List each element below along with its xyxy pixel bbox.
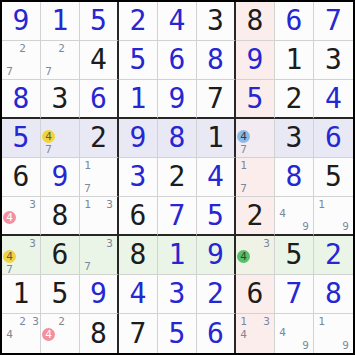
solved-digit: 6 — [325, 124, 342, 152]
given-digit: 5 — [325, 163, 342, 191]
candidate-7: 7 — [237, 143, 250, 156]
solved-digit: 6 — [286, 7, 303, 35]
given-digit: 3 — [286, 124, 303, 152]
given-digit: 5 — [52, 280, 69, 308]
given-digit: 2 — [247, 202, 264, 230]
candidate-2: 2 — [55, 315, 68, 328]
cell-r7c4[interactable]: 8 — [119, 236, 158, 275]
given-digit: 1 — [286, 46, 303, 74]
cell-r7c3[interactable]: 37 — [80, 236, 119, 275]
cell-r9c8[interactable]: 49 — [275, 314, 314, 353]
cell-r6c7[interactable]: 2 — [236, 197, 275, 236]
cell-r6c9[interactable]: 19 — [314, 197, 353, 236]
cell-r9c6[interactable]: 6 — [197, 314, 236, 353]
cell-r2c3[interactable]: 4 — [80, 41, 119, 80]
candidates: 34 — [237, 237, 273, 273]
candidates: 27 — [3, 42, 39, 78]
solved-digit: 9 — [207, 241, 224, 269]
cell-r4c1[interactable]: 5 — [2, 119, 41, 158]
cell-r2c4[interactable]: 5 — [119, 41, 158, 80]
candidate-3: 3 — [26, 198, 39, 211]
cell-r7c7[interactable]: 34 — [236, 236, 275, 275]
given-digit: 4 — [90, 46, 107, 74]
candidates: 27 — [42, 42, 78, 78]
candidate-4-red-highlight: 4 — [42, 328, 55, 341]
cell-r9c4[interactable]: 7 — [119, 314, 158, 353]
cell-r7c1[interactable]: 347 — [2, 236, 41, 275]
cell-r6c6[interactable]: 5 — [197, 197, 236, 236]
candidates: 17 — [237, 159, 273, 195]
given-digit: 1 — [207, 124, 224, 152]
solved-digit: 5 — [207, 202, 224, 230]
cell-r2c2[interactable]: 27 — [41, 41, 80, 80]
cell-r4c5[interactable]: 8 — [158, 119, 197, 158]
cell-r5c8[interactable]: 8 — [275, 158, 314, 197]
candidate-7: 7 — [81, 182, 94, 195]
cell-r8c6[interactable]: 2 — [197, 275, 236, 314]
cell-r9c9[interactable]: 19 — [314, 314, 353, 353]
candidates: 47 — [42, 120, 78, 156]
cell-r8c8[interactable]: 7 — [275, 275, 314, 314]
candidate-3: 3 — [260, 315, 273, 328]
cell-r1c5[interactable]: 4 — [158, 2, 197, 41]
cell-r1c4[interactable]: 2 — [119, 2, 158, 41]
candidate-4-blue-highlight: 4 — [237, 130, 250, 143]
cell-r9c1[interactable]: 234 — [2, 314, 41, 353]
cell-r7c6[interactable]: 9 — [197, 236, 236, 275]
candidate-1: 1 — [315, 198, 328, 211]
cell-r3c8[interactable]: 2 — [275, 80, 314, 119]
solved-digit: 6 — [90, 85, 107, 113]
cell-r1c1[interactable]: 9 — [2, 2, 41, 41]
solved-digit: 1 — [52, 7, 69, 35]
solved-digit: 9 — [13, 7, 30, 35]
cell-r3c6[interactable]: 7 — [197, 80, 236, 119]
solved-digit: 9 — [169, 85, 186, 113]
cell-r8c2[interactable]: 5 — [41, 275, 80, 314]
solved-digit: 8 — [13, 85, 30, 113]
cell-r3c1[interactable]: 8 — [2, 80, 41, 119]
cell-r5c5[interactable]: 2 — [158, 158, 197, 197]
cell-r9c2[interactable]: 24 — [41, 314, 80, 353]
candidate-7: 7 — [42, 65, 55, 78]
cell-r8c4[interactable]: 4 — [119, 275, 158, 314]
cell-r2c1[interactable]: 27 — [2, 41, 41, 80]
given-digit: 2 — [286, 85, 303, 113]
given-digit: 8 — [130, 241, 147, 269]
solved-digit: 7 — [325, 7, 342, 35]
cell-r1c8[interactable]: 6 — [275, 2, 314, 41]
given-digit: 2 — [90, 124, 107, 152]
cell-r2c8[interactable]: 1 — [275, 41, 314, 80]
cell-r7c5[interactable]: 1 — [158, 236, 197, 275]
candidates: 34 — [3, 198, 39, 233]
cell-r5c2[interactable]: 9 — [41, 158, 80, 197]
cell-r5c3[interactable]: 17 — [80, 158, 119, 197]
solved-digit: 6 — [169, 46, 186, 74]
cell-r8c1[interactable]: 1 — [2, 275, 41, 314]
cell-r2c7[interactable]: 9 — [236, 41, 275, 80]
given-digit: 3 — [325, 46, 342, 74]
cell-r1c2[interactable]: 1 — [41, 2, 80, 41]
candidate-4-green-highlight: 4 — [237, 250, 250, 263]
candidates: 347 — [3, 237, 39, 273]
candidate-3: 3 — [103, 198, 116, 211]
solved-digit: 9 — [90, 280, 107, 308]
cell-r2c5[interactable]: 6 — [158, 41, 197, 80]
candidate-9: 9 — [339, 220, 352, 233]
candidate-4-red-highlight: 4 — [3, 211, 16, 224]
cell-r4c6[interactable]: 1 — [197, 119, 236, 158]
given-digit: 6 — [52, 241, 69, 269]
given-digit: 7 — [130, 320, 147, 348]
candidate-7: 7 — [42, 143, 55, 156]
cell-r1c3[interactable]: 5 — [80, 2, 119, 41]
candidates: 49 — [276, 315, 312, 352]
solved-digit: 9 — [247, 46, 264, 74]
cell-r3c4[interactable]: 1 — [119, 80, 158, 119]
cell-r4c4[interactable]: 9 — [119, 119, 158, 158]
cell-r7c9[interactable]: 2 — [314, 236, 353, 275]
cell-r4c2[interactable]: 47 — [41, 119, 80, 158]
candidate-4-yellow-highlight: 4 — [3, 250, 16, 263]
solved-digit: 5 — [90, 7, 107, 35]
given-digit: 1 — [13, 280, 30, 308]
cell-r5c7[interactable]: 17 — [236, 158, 275, 197]
candidates: 134 — [237, 315, 273, 352]
given-digit: 5 — [286, 241, 303, 269]
cell-r9c5[interactable]: 5 — [158, 314, 197, 353]
solved-digit: 3 — [169, 280, 186, 308]
candidate-4: 4 — [3, 328, 16, 341]
candidate-9: 9 — [339, 339, 352, 352]
candidates: 47 — [237, 120, 273, 156]
solved-digit: 1 — [130, 85, 147, 113]
solved-digit: 8 — [325, 280, 342, 308]
cell-r6c1[interactable]: 34 — [2, 197, 41, 236]
cell-r7c2[interactable]: 6 — [41, 236, 80, 275]
candidate-4: 4 — [276, 326, 289, 339]
cell-r3c7[interactable]: 5 — [236, 80, 275, 119]
cell-r6c2[interactable]: 8 — [41, 197, 80, 236]
solved-digit: 6 — [207, 320, 224, 348]
solved-digit: 2 — [207, 280, 224, 308]
cell-r6c8[interactable]: 49 — [275, 197, 314, 236]
cell-r9c7[interactable]: 134 — [236, 314, 275, 353]
cell-r8c5[interactable]: 3 — [158, 275, 197, 314]
cell-r7c8[interactable]: 5 — [275, 236, 314, 275]
cell-r4c8[interactable]: 3 — [275, 119, 314, 158]
solved-digit: 9 — [130, 124, 147, 152]
cell-r6c5[interactable]: 7 — [158, 197, 197, 236]
solved-digit: 9 — [52, 163, 69, 191]
cell-r5c4[interactable]: 3 — [119, 158, 158, 197]
cell-r8c3[interactable]: 9 — [80, 275, 119, 314]
solved-digit: 4 — [169, 7, 186, 35]
candidate-1: 1 — [237, 159, 250, 172]
sudoku-board: 9152438672727456891383619752454729814736… — [0, 0, 355, 355]
cell-r1c7[interactable]: 8 — [236, 2, 275, 41]
given-digit: 8 — [90, 320, 107, 348]
solved-digit: 2 — [325, 241, 342, 269]
candidate-2: 2 — [16, 42, 29, 55]
candidates: 19 — [315, 198, 352, 233]
solved-digit: 7 — [286, 280, 303, 308]
solved-digit: 4 — [207, 163, 224, 191]
cell-r3c3[interactable]: 6 — [80, 80, 119, 119]
candidate-3: 3 — [103, 237, 116, 250]
cell-r1c6[interactable]: 3 — [197, 2, 236, 41]
solved-digit: 8 — [286, 163, 303, 191]
cell-r1c9[interactable]: 7 — [314, 2, 353, 41]
candidate-2: 2 — [16, 315, 29, 328]
given-digit: 6 — [247, 280, 264, 308]
candidate-9: 9 — [299, 220, 312, 233]
candidate-7: 7 — [237, 182, 250, 195]
given-digit: 6 — [13, 163, 30, 191]
solved-digit: 1 — [169, 241, 186, 269]
solved-digit: 4 — [325, 85, 342, 113]
candidate-4: 4 — [276, 207, 289, 220]
candidates: 234 — [3, 315, 39, 352]
candidate-7: 7 — [81, 260, 94, 273]
cell-r5c9[interactable]: 5 — [314, 158, 353, 197]
candidate-7: 7 — [3, 65, 16, 78]
cell-r4c3[interactable]: 2 — [80, 119, 119, 158]
candidate-2: 2 — [55, 42, 68, 55]
solved-digit: 5 — [130, 46, 147, 74]
given-digit: 3 — [52, 85, 69, 113]
cell-r2c6[interactable]: 8 — [197, 41, 236, 80]
candidate-4: 4 — [237, 328, 250, 341]
candidate-3: 3 — [26, 237, 39, 250]
candidates: 24 — [42, 315, 78, 352]
candidate-1: 1 — [237, 315, 250, 328]
cell-r3c5[interactable]: 9 — [158, 80, 197, 119]
given-digit: 8 — [52, 202, 69, 230]
solved-digit: 5 — [247, 85, 264, 113]
given-digit: 3 — [207, 7, 224, 35]
candidates: 17 — [81, 159, 116, 195]
candidate-4-yellow-highlight: 4 — [42, 130, 55, 143]
cell-r4c9[interactable]: 6 — [314, 119, 353, 158]
candidate-1: 1 — [81, 198, 94, 211]
cell-r3c2[interactable]: 3 — [41, 80, 80, 119]
solved-digit: 7 — [169, 202, 186, 230]
candidate-3: 3 — [260, 237, 273, 250]
candidate-9: 9 — [299, 339, 312, 352]
given-digit: 2 — [169, 163, 186, 191]
candidates: 49 — [276, 198, 312, 233]
solved-digit: 2 — [130, 7, 147, 35]
candidate-1: 1 — [315, 315, 328, 328]
solved-digit: 4 — [130, 280, 147, 308]
cell-r8c9[interactable]: 8 — [314, 275, 353, 314]
candidates: 13 — [81, 198, 116, 233]
candidates: 37 — [81, 237, 116, 273]
candidates: 19 — [315, 315, 352, 352]
given-digit: 6 — [130, 202, 147, 230]
cell-r3c9[interactable]: 4 — [314, 80, 353, 119]
cell-r4c7[interactable]: 47 — [236, 119, 275, 158]
cell-r2c9[interactable]: 3 — [314, 41, 353, 80]
cell-r6c4[interactable]: 6 — [119, 197, 158, 236]
solved-digit: 8 — [207, 46, 224, 74]
cell-r6c3[interactable]: 13 — [80, 197, 119, 236]
cell-r9c3[interactable]: 8 — [80, 314, 119, 353]
cell-r5c1[interactable]: 6 — [2, 158, 41, 197]
given-digit: 8 — [247, 7, 264, 35]
solved-digit: 8 — [169, 124, 186, 152]
given-digit: 7 — [207, 85, 224, 113]
cell-r8c7[interactable]: 6 — [236, 275, 275, 314]
solved-digit: 3 — [130, 163, 147, 191]
solved-digit: 5 — [169, 320, 186, 348]
candidate-1: 1 — [81, 159, 94, 172]
cell-r5c6[interactable]: 4 — [197, 158, 236, 197]
solved-digit: 5 — [13, 124, 30, 152]
